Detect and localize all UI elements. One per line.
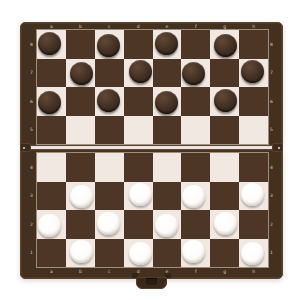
- coordinate-label: 7: [268, 59, 275, 88]
- board-grid-bottom: [37, 153, 268, 267]
- fold-hinge-left: [20, 143, 31, 152]
- square[interactable]: [95, 153, 124, 182]
- photo-canvas: abcdefgh 8765 8765 abcdefgh 4321 4321: [0, 0, 300, 300]
- board-grid-top: [37, 30, 268, 144]
- square[interactable]: [181, 210, 210, 239]
- hinge-pin-icon: [23, 147, 25, 149]
- coordinate-label: 7: [28, 59, 35, 88]
- white-piece[interactable]: [129, 183, 152, 206]
- black-piece[interactable]: [214, 89, 237, 112]
- black-piece[interactable]: [129, 60, 152, 83]
- square[interactable]: [153, 153, 182, 182]
- square[interactable]: [181, 116, 210, 145]
- square[interactable]: [181, 153, 210, 182]
- black-piece[interactable]: [38, 91, 61, 114]
- coordinate-label: 6: [268, 87, 275, 116]
- coordinate-label: f: [181, 269, 210, 275]
- square[interactable]: [181, 239, 210, 268]
- square[interactable]: [124, 210, 153, 239]
- coordinate-label: 4: [28, 153, 35, 182]
- square[interactable]: [239, 182, 268, 211]
- square[interactable]: [153, 210, 182, 239]
- square[interactable]: [124, 30, 153, 59]
- square[interactable]: [239, 239, 268, 268]
- rank-labels-left-bottom: 4321: [28, 153, 35, 267]
- square[interactable]: [37, 239, 66, 268]
- coordinate-label: 6: [28, 87, 35, 116]
- square[interactable]: [239, 153, 268, 182]
- square[interactable]: [37, 30, 66, 59]
- coordinate-label: 5: [268, 116, 275, 145]
- black-piece[interactable]: [182, 62, 205, 85]
- square[interactable]: [37, 116, 66, 145]
- black-piece[interactable]: [241, 60, 264, 83]
- square[interactable]: [181, 59, 210, 88]
- white-piece[interactable]: [129, 242, 152, 265]
- board-half-bottom: abcdefgh 4321 4321: [20, 149, 283, 279]
- black-piece[interactable]: [214, 34, 237, 57]
- square[interactable]: [95, 116, 124, 145]
- square[interactable]: [37, 87, 66, 116]
- square[interactable]: [66, 239, 95, 268]
- square[interactable]: [95, 30, 124, 59]
- square[interactable]: [95, 182, 124, 211]
- square[interactable]: [95, 210, 124, 239]
- white-piece[interactable]: [155, 214, 178, 237]
- coordinate-label: 2: [268, 210, 275, 239]
- rank-labels-left-top: 8765: [28, 30, 35, 144]
- square[interactable]: [210, 182, 239, 211]
- file-labels-bottom: abcdefgh: [37, 269, 268, 275]
- coordinate-label: 4: [268, 153, 275, 182]
- checkers-board: abcdefgh 8765 8765 abcdefgh 4321 4321: [20, 22, 283, 279]
- rank-labels-right-bottom: 4321: [268, 153, 275, 267]
- square[interactable]: [153, 59, 182, 88]
- square[interactable]: [37, 59, 66, 88]
- coordinate-label: 5: [28, 116, 35, 145]
- latch-notch: [146, 278, 157, 285]
- square[interactable]: [124, 87, 153, 116]
- coordinate-label: 2: [28, 210, 35, 239]
- square[interactable]: [239, 87, 268, 116]
- coordinate-label: 1: [268, 239, 275, 268]
- square[interactable]: [210, 210, 239, 239]
- black-piece[interactable]: [155, 32, 178, 55]
- square[interactable]: [124, 239, 153, 268]
- square[interactable]: [181, 182, 210, 211]
- latch-tab[interactable]: [136, 277, 167, 289]
- square[interactable]: [239, 59, 268, 88]
- square[interactable]: [153, 239, 182, 268]
- square[interactable]: [153, 87, 182, 116]
- board-half-top: abcdefgh 8765 8765: [20, 22, 283, 146]
- square[interactable]: [210, 239, 239, 268]
- white-piece[interactable]: [38, 214, 61, 237]
- square[interactable]: [95, 87, 124, 116]
- black-piece[interactable]: [70, 62, 93, 85]
- white-piece[interactable]: [70, 185, 93, 208]
- black-piece[interactable]: [155, 91, 178, 114]
- white-piece[interactable]: [70, 240, 93, 263]
- coordinate-label: b: [66, 269, 95, 275]
- rank-labels-right-top: 8765: [268, 30, 275, 144]
- square[interactable]: [66, 30, 95, 59]
- black-piece[interactable]: [38, 32, 61, 55]
- square[interactable]: [210, 59, 239, 88]
- square[interactable]: [66, 210, 95, 239]
- square[interactable]: [153, 30, 182, 59]
- black-piece[interactable]: [97, 34, 120, 57]
- square[interactable]: [66, 87, 95, 116]
- white-piece[interactable]: [241, 242, 264, 265]
- white-piece[interactable]: [97, 212, 120, 235]
- square[interactable]: [210, 116, 239, 145]
- square[interactable]: [239, 210, 268, 239]
- coordinate-label: h: [239, 269, 268, 275]
- square[interactable]: [124, 116, 153, 145]
- square[interactable]: [181, 30, 210, 59]
- white-piece[interactable]: [241, 183, 264, 206]
- coordinate-label: 3: [28, 182, 35, 211]
- square[interactable]: [66, 59, 95, 88]
- coordinate-label: 8: [28, 30, 35, 59]
- coordinate-label: 1: [28, 239, 35, 268]
- square[interactable]: [239, 30, 268, 59]
- square[interactable]: [66, 182, 95, 211]
- white-piece[interactable]: [182, 185, 205, 208]
- coordinate-label: 3: [268, 182, 275, 211]
- square[interactable]: [239, 116, 268, 145]
- fold-hinge-right: [272, 143, 283, 152]
- square[interactable]: [95, 59, 124, 88]
- coordinate-label: 8: [268, 30, 275, 59]
- white-piece[interactable]: [214, 212, 237, 235]
- square[interactable]: [37, 153, 66, 182]
- square[interactable]: [37, 182, 66, 211]
- coordinate-label: d: [124, 269, 153, 275]
- square[interactable]: [210, 87, 239, 116]
- hinge-pin-icon: [278, 147, 280, 149]
- coordinate-label: a: [37, 269, 66, 275]
- square[interactable]: [153, 182, 182, 211]
- square[interactable]: [210, 153, 239, 182]
- coordinate-label: c: [95, 269, 124, 275]
- square[interactable]: [210, 30, 239, 59]
- square[interactable]: [124, 59, 153, 88]
- square[interactable]: [153, 116, 182, 145]
- square[interactable]: [66, 153, 95, 182]
- square[interactable]: [124, 153, 153, 182]
- coordinate-label: g: [210, 269, 239, 275]
- square[interactable]: [66, 116, 95, 145]
- white-piece[interactable]: [182, 240, 205, 263]
- square[interactable]: [37, 210, 66, 239]
- square[interactable]: [124, 182, 153, 211]
- square[interactable]: [181, 87, 210, 116]
- black-piece[interactable]: [97, 89, 120, 112]
- square[interactable]: [95, 239, 124, 268]
